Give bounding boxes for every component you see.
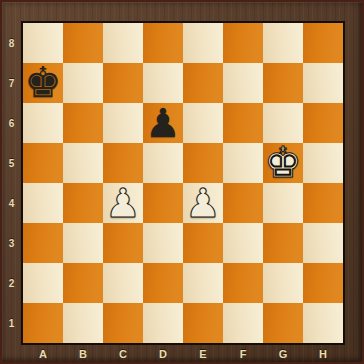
square-h4[interactable] [303,183,343,223]
square-f8[interactable] [223,23,263,63]
square-c7[interactable] [103,63,143,103]
chess-board: ♚♟♚♟♟ [21,21,345,345]
square-e6[interactable] [183,103,223,143]
square-f7[interactable] [223,63,263,103]
rank-label-3: 3 [2,223,21,263]
square-f1[interactable] [223,303,263,343]
rank-label-6: 6 [2,103,21,143]
square-f2[interactable] [223,263,263,303]
file-label-b: B [63,345,103,362]
square-d1[interactable] [143,303,183,343]
square-a4[interactable] [23,183,63,223]
rank-label-5: 5 [2,143,21,183]
square-f6[interactable] [223,103,263,143]
rank-label-4: 4 [2,183,21,223]
square-g3[interactable] [263,223,303,263]
square-g7[interactable] [263,63,303,103]
square-e4[interactable]: ♟ [183,183,223,223]
square-d7[interactable] [143,63,183,103]
rank-label-8: 8 [2,23,21,63]
square-e2[interactable] [183,263,223,303]
file-label-c: C [103,345,143,362]
square-b4[interactable] [63,183,103,223]
square-a7[interactable]: ♚ [23,63,63,103]
square-b1[interactable] [63,303,103,343]
square-d4[interactable] [143,183,183,223]
square-a6[interactable] [23,103,63,143]
square-a2[interactable] [23,263,63,303]
square-d5[interactable] [143,143,183,183]
square-a5[interactable] [23,143,63,183]
square-c6[interactable] [103,103,143,143]
square-d8[interactable] [143,23,183,63]
square-e8[interactable] [183,23,223,63]
piece-white-pawn[interactable]: ♟ [103,183,143,223]
square-c2[interactable] [103,263,143,303]
square-g6[interactable] [263,103,303,143]
square-h3[interactable] [303,223,343,263]
chess-board-frame: ♚♟♚♟♟ 87654321 ABCDEFGH [0,0,364,364]
square-h1[interactable] [303,303,343,343]
square-h7[interactable] [303,63,343,103]
square-e1[interactable] [183,303,223,343]
piece-white-king[interactable]: ♚ [263,143,303,183]
square-b3[interactable] [63,223,103,263]
square-a8[interactable] [23,23,63,63]
square-b5[interactable] [63,143,103,183]
square-c8[interactable] [103,23,143,63]
piece-black-king[interactable]: ♚ [23,63,63,103]
square-e7[interactable] [183,63,223,103]
piece-white-pawn[interactable]: ♟ [183,183,223,223]
square-a3[interactable] [23,223,63,263]
square-d3[interactable] [143,223,183,263]
square-a1[interactable] [23,303,63,343]
square-g1[interactable] [263,303,303,343]
square-f3[interactable] [223,223,263,263]
square-b6[interactable] [63,103,103,143]
square-c1[interactable] [103,303,143,343]
square-f4[interactable] [223,183,263,223]
square-d2[interactable] [143,263,183,303]
square-h2[interactable] [303,263,343,303]
square-h5[interactable] [303,143,343,183]
square-c4[interactable]: ♟ [103,183,143,223]
square-d6[interactable]: ♟ [143,103,183,143]
square-g2[interactable] [263,263,303,303]
file-label-a: A [23,345,63,362]
piece-black-pawn[interactable]: ♟ [143,103,183,143]
rank-label-2: 2 [2,263,21,303]
square-b7[interactable] [63,63,103,103]
square-g5[interactable]: ♚ [263,143,303,183]
square-c3[interactable] [103,223,143,263]
file-label-e: E [183,345,223,362]
file-label-d: D [143,345,183,362]
square-b8[interactable] [63,23,103,63]
file-label-f: F [223,345,263,362]
square-h6[interactable] [303,103,343,143]
square-g8[interactable] [263,23,303,63]
square-g4[interactable] [263,183,303,223]
file-label-h: H [303,345,343,362]
square-b2[interactable] [63,263,103,303]
file-label-g: G [263,345,303,362]
square-h8[interactable] [303,23,343,63]
square-e3[interactable] [183,223,223,263]
rank-label-7: 7 [2,63,21,103]
square-f5[interactable] [223,143,263,183]
square-e5[interactable] [183,143,223,183]
rank-label-1: 1 [2,303,21,343]
square-c5[interactable] [103,143,143,183]
